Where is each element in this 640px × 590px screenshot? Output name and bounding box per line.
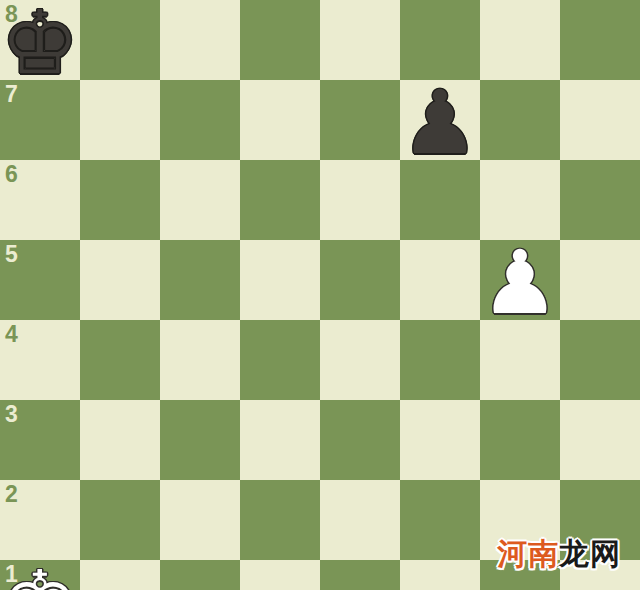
square-c3[interactable] (160, 400, 240, 480)
square-f4[interactable] (400, 320, 480, 400)
square-c2[interactable] (160, 480, 240, 560)
square-a6[interactable]: 6 (0, 160, 80, 240)
square-d8[interactable] (240, 0, 320, 80)
square-d7[interactable] (240, 80, 320, 160)
square-g8[interactable] (480, 0, 560, 80)
square-c1[interactable] (160, 560, 240, 590)
black-pawn-icon[interactable]: ♟ (401, 79, 480, 167)
square-b2[interactable] (80, 480, 160, 560)
square-e5[interactable] (320, 240, 400, 320)
square-h5[interactable] (560, 240, 640, 320)
black-king-icon[interactable]: ♚ (1, 0, 80, 87)
square-b3[interactable] (80, 400, 160, 480)
rank-label-6: 6 (5, 162, 18, 187)
rank-label-5: 5 (5, 242, 18, 267)
square-g2[interactable] (480, 480, 560, 560)
square-d6[interactable] (240, 160, 320, 240)
square-c4[interactable] (160, 320, 240, 400)
square-h6[interactable] (560, 160, 640, 240)
white-king-icon[interactable]: ♚ (1, 559, 80, 590)
square-c5[interactable] (160, 240, 240, 320)
square-f3[interactable] (400, 400, 480, 480)
rank-label-7: 7 (5, 82, 18, 107)
square-a3[interactable]: 3 (0, 400, 80, 480)
square-b6[interactable] (80, 160, 160, 240)
square-b8[interactable] (80, 0, 160, 80)
square-e4[interactable] (320, 320, 400, 400)
square-a5[interactable]: 5 (0, 240, 80, 320)
square-f6[interactable] (400, 160, 480, 240)
square-d4[interactable] (240, 320, 320, 400)
square-f1[interactable] (400, 560, 480, 590)
square-e2[interactable] (320, 480, 400, 560)
square-a2[interactable]: 2 (0, 480, 80, 560)
chess-board: 8♚7♟65♟4321♚ (0, 0, 640, 590)
square-f8[interactable] (400, 0, 480, 80)
square-a1[interactable]: 1♚ (0, 560, 80, 590)
square-d5[interactable] (240, 240, 320, 320)
square-a4[interactable]: 4 (0, 320, 80, 400)
square-c6[interactable] (160, 160, 240, 240)
square-h8[interactable] (560, 0, 640, 80)
square-e7[interactable] (320, 80, 400, 160)
square-b4[interactable] (80, 320, 160, 400)
square-d2[interactable] (240, 480, 320, 560)
chess-board-screenshot: 8♚7♟65♟4321♚ 河南龙网 (0, 0, 640, 590)
rank-label-4: 4 (5, 322, 18, 347)
square-g5[interactable]: ♟ (480, 240, 560, 320)
square-g1[interactable] (480, 560, 560, 590)
square-b7[interactable] (80, 80, 160, 160)
square-f5[interactable] (400, 240, 480, 320)
square-f2[interactable] (400, 480, 480, 560)
square-h4[interactable] (560, 320, 640, 400)
square-g7[interactable] (480, 80, 560, 160)
square-e8[interactable] (320, 0, 400, 80)
square-f7[interactable]: ♟ (400, 80, 480, 160)
square-h2[interactable] (560, 480, 640, 560)
square-b1[interactable] (80, 560, 160, 590)
square-c7[interactable] (160, 80, 240, 160)
square-h7[interactable] (560, 80, 640, 160)
rank-label-3: 3 (5, 402, 18, 427)
square-a7[interactable]: 7 (0, 80, 80, 160)
square-e1[interactable] (320, 560, 400, 590)
rank-label-2: 2 (5, 482, 18, 507)
square-g6[interactable] (480, 160, 560, 240)
square-h1[interactable] (560, 560, 640, 590)
square-b5[interactable] (80, 240, 160, 320)
square-d3[interactable] (240, 400, 320, 480)
square-e3[interactable] (320, 400, 400, 480)
square-h3[interactable] (560, 400, 640, 480)
square-g3[interactable] (480, 400, 560, 480)
square-c8[interactable] (160, 0, 240, 80)
square-d1[interactable] (240, 560, 320, 590)
square-e6[interactable] (320, 160, 400, 240)
square-g4[interactable] (480, 320, 560, 400)
white-pawn-icon[interactable]: ♟ (481, 239, 560, 327)
square-a8[interactable]: 8♚ (0, 0, 80, 80)
